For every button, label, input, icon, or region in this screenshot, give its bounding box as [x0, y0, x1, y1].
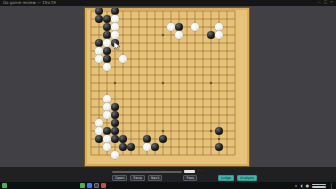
app-gray-icon[interactable]	[94, 183, 99, 188]
judge-button[interactable]: Judge	[218, 175, 234, 181]
slider-text: · · ·	[197, 170, 203, 174]
slider-knob[interactable]	[184, 170, 195, 173]
back-button[interactable]: Back	[148, 175, 163, 181]
slider-track[interactable]	[112, 171, 182, 173]
minimize-icon[interactable]: —	[317, 1, 321, 5]
button-row: OpenSaveBackPassJudgeAnalyze	[112, 175, 257, 181]
taskbar-center	[80, 183, 106, 188]
app-blue-icon[interactable]	[87, 183, 92, 188]
maximize-icon[interactable]: □	[324, 1, 327, 5]
left-panel	[0, 6, 84, 167]
system-tray: ∧ ◖ ●	[294, 183, 332, 189]
right-panel	[250, 6, 336, 167]
taskbar-clock[interactable]	[312, 184, 326, 188]
save-button[interactable]: Save	[130, 175, 145, 181]
network-icon[interactable]: ●	[306, 184, 310, 188]
widgets-icon[interactable]	[2, 183, 7, 188]
close-icon[interactable]: ×	[330, 1, 333, 5]
app-green-icon[interactable]	[80, 183, 85, 188]
app-window: Go game review — 19×19 — □ × · · · OpenS…	[0, 0, 336, 189]
window-controls: — □ ×	[317, 1, 333, 5]
analyze-button[interactable]: Analyze	[237, 175, 257, 181]
chevron-up-icon[interactable]: ∧	[294, 184, 297, 188]
app-red-icon[interactable]	[101, 183, 106, 188]
taskbar-left	[2, 183, 7, 188]
control-bar: · · · OpenSaveBackPassJudgeAnalyze	[0, 167, 336, 182]
window-title: Go game review — 19×19	[3, 1, 56, 5]
go-board[interactable]	[84, 7, 250, 167]
taskbar: ∧ ◖ ●	[0, 182, 336, 189]
pass-button[interactable]: Pass	[183, 175, 197, 181]
volume-icon[interactable]: ◖	[300, 184, 302, 188]
move-slider[interactable]: · · ·	[112, 170, 222, 173]
open-button[interactable]: Open	[112, 175, 127, 181]
show-desktop-button[interactable]	[331, 183, 332, 189]
